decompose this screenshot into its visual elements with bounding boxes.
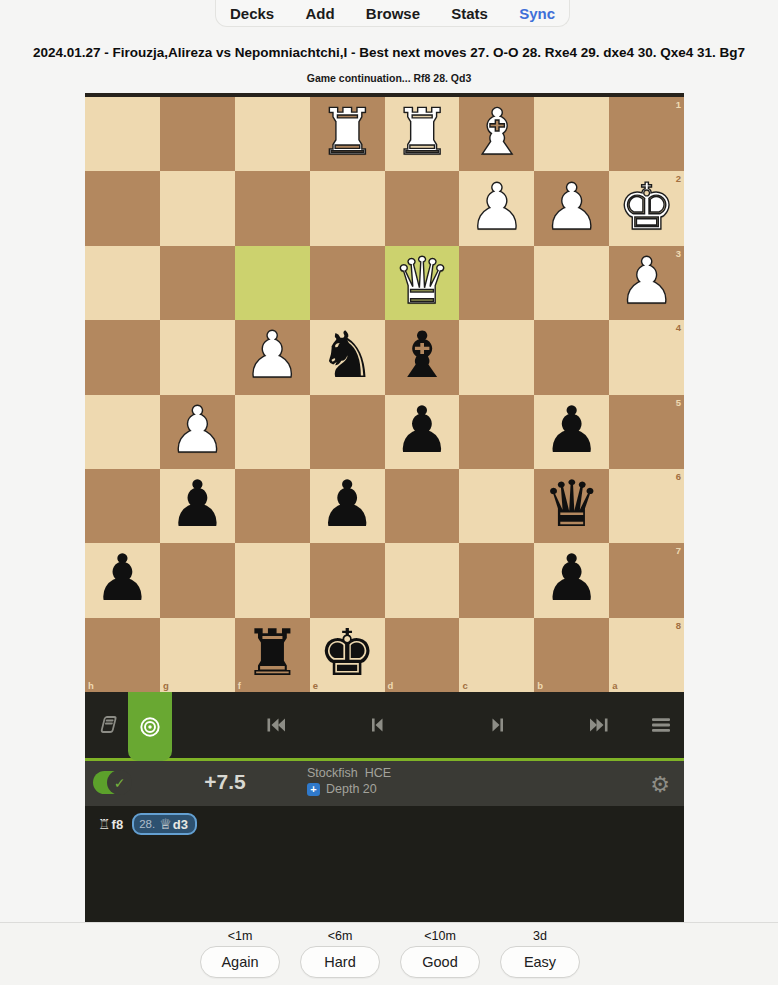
gear-icon[interactable]: ⚙ bbox=[646, 770, 674, 798]
next-icon[interactable] bbox=[476, 692, 520, 758]
white-pawn: ♟ bbox=[543, 175, 600, 239]
eval-type-label: HCE bbox=[365, 766, 391, 780]
square-c7[interactable] bbox=[459, 543, 534, 617]
skip-to-start-icon[interactable] bbox=[254, 692, 298, 758]
square-g2[interactable] bbox=[160, 171, 235, 245]
black-king: ♚ bbox=[318, 621, 375, 685]
square-d2[interactable] bbox=[385, 171, 460, 245]
file-label-a: a bbox=[612, 681, 617, 691]
black-pawn: ♟ bbox=[94, 546, 151, 610]
interval-easy: 3d bbox=[490, 929, 590, 943]
target-icon[interactable] bbox=[128, 692, 172, 761]
square-g6[interactable]: ♟ bbox=[160, 469, 235, 543]
square-b2[interactable]: ♟ bbox=[534, 171, 609, 245]
menu-icon[interactable] bbox=[639, 692, 683, 758]
square-c8[interactable]: c bbox=[459, 618, 534, 692]
square-h3[interactable] bbox=[85, 246, 160, 320]
square-f8[interactable]: ♜f bbox=[235, 618, 310, 692]
again-button[interactable]: Again bbox=[200, 946, 280, 978]
queen-figurine-icon: ♕ bbox=[159, 816, 172, 832]
square-a4[interactable]: 4 bbox=[609, 320, 684, 394]
rank-label-8: 8 bbox=[676, 621, 681, 631]
move-qd3-label: d3 bbox=[173, 817, 188, 832]
square-f5[interactable] bbox=[235, 395, 310, 469]
card-title: 2024.01.27 - Firouzja,Alireza vs Nepomni… bbox=[0, 45, 778, 60]
black-knight: ♞ bbox=[318, 323, 375, 387]
move-rf8[interactable]: ♖f8 bbox=[93, 814, 128, 834]
black-pawn: ♟ bbox=[318, 472, 375, 536]
square-f3[interactable] bbox=[235, 246, 310, 320]
square-h5[interactable] bbox=[85, 395, 160, 469]
square-h7[interactable]: ♟ bbox=[85, 543, 160, 617]
black-pawn: ♟ bbox=[393, 398, 450, 462]
answer-good: <10m Good bbox=[390, 923, 490, 978]
black-pawn: ♟ bbox=[543, 546, 600, 610]
square-e2[interactable] bbox=[310, 171, 385, 245]
rank-label-2: 2 bbox=[676, 174, 681, 184]
nav-browse[interactable]: Browse bbox=[366, 5, 420, 22]
move-number: 28. bbox=[139, 818, 155, 830]
white-queen: ♛ bbox=[393, 249, 450, 313]
square-h2[interactable] bbox=[85, 171, 160, 245]
square-a2[interactable]: ♚2 bbox=[609, 171, 684, 245]
square-e1[interactable]: ♜ bbox=[310, 97, 385, 171]
square-d1[interactable]: ♜ bbox=[385, 97, 460, 171]
top-nav: Decks Add Browse Stats Sync bbox=[215, 0, 570, 27]
square-c5[interactable] bbox=[459, 395, 534, 469]
square-e3[interactable] bbox=[310, 246, 385, 320]
square-c3[interactable] bbox=[459, 246, 534, 320]
square-b5[interactable]: ♟ bbox=[534, 395, 609, 469]
square-h4[interactable] bbox=[85, 320, 160, 394]
black-queen: ♛ bbox=[543, 472, 600, 536]
move-qd3[interactable]: 28. ♕d3 bbox=[132, 813, 197, 835]
square-h1[interactable] bbox=[85, 97, 160, 171]
square-d6[interactable] bbox=[385, 469, 460, 543]
previous-icon[interactable] bbox=[355, 692, 399, 758]
square-e4[interactable]: ♞ bbox=[310, 320, 385, 394]
square-b1[interactable] bbox=[534, 97, 609, 171]
moves-line: ♖f8 28. ♕d3 bbox=[93, 813, 197, 835]
white-pawn: ♟ bbox=[468, 175, 525, 239]
square-d3[interactable]: ♛ bbox=[385, 246, 460, 320]
answer-again: <1m Again bbox=[190, 923, 290, 978]
engine-name-label: Stockfish bbox=[307, 766, 358, 780]
black-pawn: ♟ bbox=[543, 398, 600, 462]
nav-stats[interactable]: Stats bbox=[451, 5, 488, 22]
white-rook: ♜ bbox=[318, 100, 375, 164]
square-a1[interactable]: 1 bbox=[609, 97, 684, 171]
square-g3[interactable] bbox=[160, 246, 235, 320]
engine-bar: ✓ +7.5 StockfishHCE + Depth 20 ⚙ bbox=[85, 758, 684, 806]
square-g8[interactable]: g bbox=[160, 618, 235, 692]
engine-name: StockfishHCE bbox=[307, 766, 391, 780]
evaluation-score: +7.5 bbox=[185, 770, 265, 794]
square-d4[interactable]: ♝ bbox=[385, 320, 460, 394]
square-c4[interactable] bbox=[459, 320, 534, 394]
square-b8[interactable]: b bbox=[534, 618, 609, 692]
square-d7[interactable] bbox=[385, 543, 460, 617]
white-bishop: ♝ bbox=[468, 100, 525, 164]
card-subtitle: Game continuation... Rf8 28. Qd3 bbox=[0, 72, 778, 84]
good-button[interactable]: Good bbox=[400, 946, 480, 978]
square-a6[interactable]: 6 bbox=[609, 469, 684, 543]
rank-label-7: 7 bbox=[676, 546, 681, 556]
nav-decks[interactable]: Decks bbox=[230, 5, 274, 22]
white-pawn: ♟ bbox=[169, 398, 226, 462]
answer-hard: <6m Hard bbox=[290, 923, 390, 978]
square-a7[interactable]: 7 bbox=[609, 543, 684, 617]
black-bishop: ♝ bbox=[393, 323, 450, 387]
square-e7[interactable] bbox=[310, 543, 385, 617]
square-d5[interactable]: ♟ bbox=[385, 395, 460, 469]
file-label-c: c bbox=[462, 681, 467, 691]
square-f6[interactable] bbox=[235, 469, 310, 543]
rank-label-3: 3 bbox=[676, 249, 681, 259]
file-label-g: g bbox=[163, 681, 169, 691]
white-king: ♚ bbox=[618, 175, 675, 239]
engine-toggle[interactable]: ✓ bbox=[93, 771, 132, 794]
book-icon[interactable] bbox=[85, 692, 129, 758]
square-a3[interactable]: ♟3 bbox=[609, 246, 684, 320]
plus-icon[interactable]: + bbox=[307, 783, 320, 796]
square-e5[interactable] bbox=[310, 395, 385, 469]
rank-label-5: 5 bbox=[676, 398, 681, 408]
interval-good: <10m bbox=[390, 929, 490, 943]
square-f2[interactable] bbox=[235, 171, 310, 245]
board: ♜♜♝1♟♟♚2♛♟3♟♞♝4♟♟♟5♟♟♛6♟♟7hg♜f♚edcb8a bbox=[85, 97, 684, 692]
black-pawn: ♟ bbox=[169, 472, 226, 536]
file-label-h: h bbox=[88, 681, 94, 691]
rank-label-1: 1 bbox=[676, 100, 681, 110]
square-a8[interactable]: 8a bbox=[609, 618, 684, 692]
check-icon: ✓ bbox=[114, 775, 126, 791]
square-g7[interactable] bbox=[160, 543, 235, 617]
square-b4[interactable] bbox=[534, 320, 609, 394]
square-b3[interactable] bbox=[534, 246, 609, 320]
answer-bar: <1m Again <6m Hard <10m Good 3d Easy bbox=[0, 922, 778, 985]
square-f4[interactable]: ♟ bbox=[235, 320, 310, 394]
black-rook: ♜ bbox=[244, 621, 301, 685]
square-a5[interactable]: 5 bbox=[609, 395, 684, 469]
square-f1[interactable] bbox=[235, 97, 310, 171]
rank-label-6: 6 bbox=[676, 472, 681, 482]
square-g5[interactable]: ♟ bbox=[160, 395, 235, 469]
engine-info: StockfishHCE + Depth 20 bbox=[307, 766, 391, 796]
file-label-d: d bbox=[388, 681, 394, 691]
white-rook: ♜ bbox=[393, 100, 450, 164]
move-list: ♖f8 28. ♕d3 bbox=[85, 806, 684, 922]
rank-label-4: 4 bbox=[676, 323, 681, 333]
hard-button[interactable]: Hard bbox=[300, 946, 380, 978]
square-c2[interactable]: ♟ bbox=[459, 171, 534, 245]
controls-bar bbox=[85, 692, 684, 758]
square-g1[interactable] bbox=[160, 97, 235, 171]
file-label-b: b bbox=[537, 681, 543, 691]
square-g4[interactable] bbox=[160, 320, 235, 394]
square-b7[interactable]: ♟ bbox=[534, 543, 609, 617]
white-pawn: ♟ bbox=[618, 249, 675, 313]
move-rf8-label: f8 bbox=[112, 817, 124, 832]
board-container: ♜♜♝1♟♟♚2♛♟3♟♞♝4♟♟♟5♟♟♛6♟♟7hg♜f♚edcb8a bbox=[85, 93, 684, 692]
depth-label: Depth 20 bbox=[326, 782, 377, 796]
answer-easy: 3d Easy bbox=[490, 923, 590, 978]
square-c6[interactable] bbox=[459, 469, 534, 543]
nav-sync[interactable]: Sync bbox=[519, 5, 555, 22]
file-label-e: e bbox=[313, 681, 318, 691]
interval-hard: <6m bbox=[290, 929, 390, 943]
toggle-knob: ✓ bbox=[107, 770, 132, 795]
file-label-f: f bbox=[238, 681, 241, 691]
square-e8[interactable]: ♚e bbox=[310, 618, 385, 692]
square-h8[interactable]: h bbox=[85, 618, 160, 692]
square-h6[interactable] bbox=[85, 469, 160, 543]
skip-to-end-icon[interactable] bbox=[577, 692, 621, 758]
nav-add[interactable]: Add bbox=[305, 5, 334, 22]
square-f7[interactable] bbox=[235, 543, 310, 617]
easy-button[interactable]: Easy bbox=[500, 946, 580, 978]
interval-again: <1m bbox=[190, 929, 290, 943]
white-pawn: ♟ bbox=[244, 323, 301, 387]
square-c1[interactable]: ♝ bbox=[459, 97, 534, 171]
square-b6[interactable]: ♛ bbox=[534, 469, 609, 543]
rook-figurine-icon: ♖ bbox=[98, 816, 111, 832]
square-d8[interactable]: d bbox=[385, 618, 460, 692]
square-e6[interactable]: ♟ bbox=[310, 469, 385, 543]
